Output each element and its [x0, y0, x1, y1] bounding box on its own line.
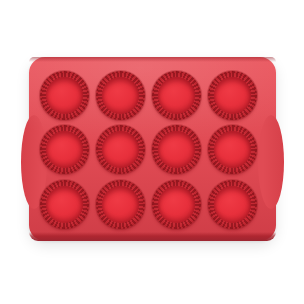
- photo-canvas: [0, 0, 304, 304]
- mold-cavity-8: [208, 125, 257, 174]
- right-handle-tab: [258, 115, 284, 209]
- mold-cavity-10: [96, 180, 145, 229]
- mold-cavity-4: [208, 71, 257, 120]
- mold-cavity-9: [40, 180, 89, 229]
- cavity-well: [46, 131, 83, 168]
- mold-cavity-3: [152, 71, 201, 120]
- cavity-well: [46, 186, 83, 223]
- cavity-well: [158, 77, 195, 114]
- cavity-well: [102, 77, 139, 114]
- cavity-well: [214, 77, 251, 114]
- mold-cavity-12: [208, 180, 257, 229]
- cavity-well: [102, 186, 139, 223]
- mold-cavity-7: [152, 125, 201, 174]
- mold-cavity-6: [96, 125, 145, 174]
- cavity-well: [46, 77, 83, 114]
- mold-cavity-1: [40, 71, 89, 120]
- mold-cavity-2: [96, 71, 145, 120]
- cavity-well: [158, 186, 195, 223]
- cavity-grid: [36, 68, 261, 232]
- mold-cavity-11: [152, 180, 201, 229]
- mold-cavity-5: [40, 125, 89, 174]
- silicone-mold-tray: [29, 57, 276, 241]
- tray-bottom-edge: [29, 232, 276, 241]
